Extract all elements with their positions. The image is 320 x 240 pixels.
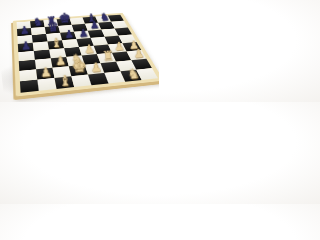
chess-board: ♞♜♚♝♞♟♛♟♟♟♟♝♟♟♟♟♞♜♟♟♚♟♝♞ <box>13 13 159 97</box>
square-c5[interactable]: ♝ <box>48 40 65 49</box>
square-a6[interactable] <box>17 35 32 44</box>
square-b6[interactable] <box>32 34 48 43</box>
board-wrapper: ♞♜♚♝♞♟♛♟♟♟♟♝♟♟♟♟♞♜♟♟♚♟♝♞ <box>10 0 149 102</box>
square-h5[interactable] <box>118 34 136 43</box>
square-a5[interactable]: ♟ <box>18 43 34 53</box>
chess-set-photo: ♞♜♚♝♞♟♛♟♟♟♟♝♟♟♟♟♞♜♟♟♚♟♝♞ <box>0 0 159 102</box>
square-a1[interactable] <box>20 80 39 93</box>
square-b1[interactable] <box>37 78 56 91</box>
